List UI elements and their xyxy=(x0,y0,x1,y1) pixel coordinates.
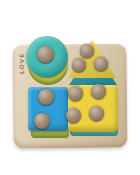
rectangle-peg-top xyxy=(38,89,54,105)
square-peg-bottom-right xyxy=(89,106,104,121)
triangle-peg-bottom-left xyxy=(72,58,86,72)
triangle-peg-bottom-right xyxy=(94,57,108,71)
circle-peg xyxy=(37,46,54,63)
square-peg-top-right xyxy=(91,84,106,99)
rectangle-peg-bottom xyxy=(34,113,50,129)
square-peg-bottom-left xyxy=(66,108,81,123)
toy-photo-scene: LOVE xyxy=(0,0,140,175)
brand-stamp-text: LOVE xyxy=(18,46,26,80)
triangle-peg-top xyxy=(80,44,94,58)
square-peg-top-left xyxy=(68,86,83,101)
